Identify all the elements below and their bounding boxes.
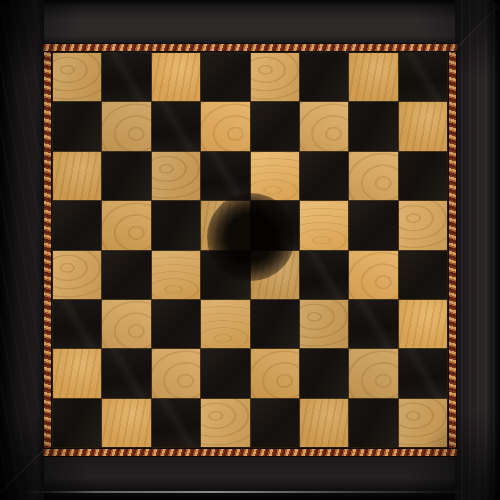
frame-left: [0, 0, 44, 500]
square-c2[interactable]: [152, 349, 200, 397]
square-g5[interactable]: [349, 201, 397, 249]
bottom-edge-highlight: [22, 491, 478, 493]
square-h6[interactable]: [399, 152, 447, 200]
square-e7[interactable]: [251, 102, 299, 150]
square-g1[interactable]: [349, 399, 397, 447]
square-a6[interactable]: [53, 152, 101, 200]
square-a4[interactable]: [53, 251, 101, 299]
square-e2[interactable]: [251, 349, 299, 397]
square-c1[interactable]: [152, 399, 200, 447]
square-g7[interactable]: [349, 102, 397, 150]
frame-right: [455, 0, 500, 500]
square-h3[interactable]: [399, 300, 447, 348]
inlay-trim-bottom: [43, 448, 457, 457]
square-b2[interactable]: [102, 349, 150, 397]
inlay-trim-left: [43, 52, 52, 448]
square-g6[interactable]: [349, 152, 397, 200]
square-c6[interactable]: [152, 152, 200, 200]
square-d2[interactable]: [201, 349, 249, 397]
square-f1[interactable]: [300, 399, 348, 447]
square-c4[interactable]: [152, 251, 200, 299]
square-c3[interactable]: [152, 300, 200, 348]
square-b4[interactable]: [102, 251, 150, 299]
square-b7[interactable]: [102, 102, 150, 150]
square-h4[interactable]: [399, 251, 447, 299]
inlay-trim-right: [448, 52, 457, 448]
square-f7[interactable]: [300, 102, 348, 150]
square-b8[interactable]: [102, 53, 150, 101]
square-d7[interactable]: [201, 102, 249, 150]
board: [0, 0, 500, 500]
square-g8[interactable]: [349, 53, 397, 101]
square-b3[interactable]: [102, 300, 150, 348]
frame-top: [0, 0, 500, 44]
center-reflection: [207, 193, 295, 281]
square-a8[interactable]: [53, 53, 101, 101]
inlay-trim-top: [43, 43, 457, 52]
square-d1[interactable]: [201, 399, 249, 447]
square-a7[interactable]: [53, 102, 101, 150]
square-c8[interactable]: [152, 53, 200, 101]
square-b1[interactable]: [102, 399, 150, 447]
square-f4[interactable]: [300, 251, 348, 299]
square-h5[interactable]: [399, 201, 447, 249]
square-a1[interactable]: [53, 399, 101, 447]
square-h7[interactable]: [399, 102, 447, 150]
square-h8[interactable]: [399, 53, 447, 101]
square-a3[interactable]: [53, 300, 101, 348]
square-f5[interactable]: [300, 201, 348, 249]
square-e8[interactable]: [251, 53, 299, 101]
square-e1[interactable]: [251, 399, 299, 447]
square-c5[interactable]: [152, 201, 200, 249]
square-e3[interactable]: [251, 300, 299, 348]
square-h1[interactable]: [399, 399, 447, 447]
square-d3[interactable]: [201, 300, 249, 348]
square-g2[interactable]: [349, 349, 397, 397]
square-g4[interactable]: [349, 251, 397, 299]
square-c7[interactable]: [152, 102, 200, 150]
square-b5[interactable]: [102, 201, 150, 249]
square-f2[interactable]: [300, 349, 348, 397]
square-b6[interactable]: [102, 152, 150, 200]
square-h2[interactable]: [399, 349, 447, 397]
square-a2[interactable]: [53, 349, 101, 397]
frame-bottom: [0, 456, 500, 500]
chessboard-photo: [0, 0, 500, 500]
square-f3[interactable]: [300, 300, 348, 348]
square-f8[interactable]: [300, 53, 348, 101]
square-g3[interactable]: [349, 300, 397, 348]
square-d8[interactable]: [201, 53, 249, 101]
square-f6[interactable]: [300, 152, 348, 200]
square-a5[interactable]: [53, 201, 101, 249]
